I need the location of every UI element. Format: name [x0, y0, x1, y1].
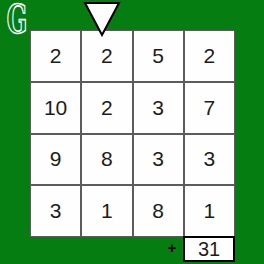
column-pointer-icon[interactable] [82, 1, 122, 37]
logo-letter: G [7, 2, 27, 35]
grid-cell-r4c3[interactable]: 8 [134, 186, 183, 236]
sum-value: 31 [183, 236, 235, 262]
grid-cell-r3c2[interactable]: 8 [82, 135, 131, 185]
grid-cell-r2c1[interactable]: 10 [31, 83, 80, 133]
grid-cell-r3c4[interactable]: 3 [185, 135, 234, 185]
g-logo-icon: G [6, 2, 28, 35]
grid-cell-r3c3[interactable]: 3 [134, 135, 183, 185]
grid-cell-r1c3[interactable]: 5 [134, 31, 183, 81]
number-grid: 2 2 5 2 10 2 3 7 9 8 3 3 3 1 8 1 [30, 30, 235, 237]
grid-cell-r4c2[interactable]: 1 [82, 186, 131, 236]
grid-cell-r3c1[interactable]: 9 [31, 135, 80, 185]
plus-icon: + [163, 238, 181, 258]
grid-cell-r2c2[interactable]: 2 [82, 83, 131, 133]
game-screen: G 2 2 5 2 10 2 3 7 9 8 3 3 3 1 8 1 + 31 [0, 0, 264, 264]
grid-cell-r2c4[interactable]: 7 [185, 83, 234, 133]
grid-cell-r1c1[interactable]: 2 [31, 31, 80, 81]
grid-cell-r2c3[interactable]: 3 [134, 83, 183, 133]
grid-cell-r1c2[interactable]: 2 [82, 31, 131, 81]
grid-cell-r4c4[interactable]: 1 [185, 186, 234, 236]
grid-cell-r4c1[interactable]: 3 [31, 186, 80, 236]
grid-cell-r1c4[interactable]: 2 [185, 31, 234, 81]
